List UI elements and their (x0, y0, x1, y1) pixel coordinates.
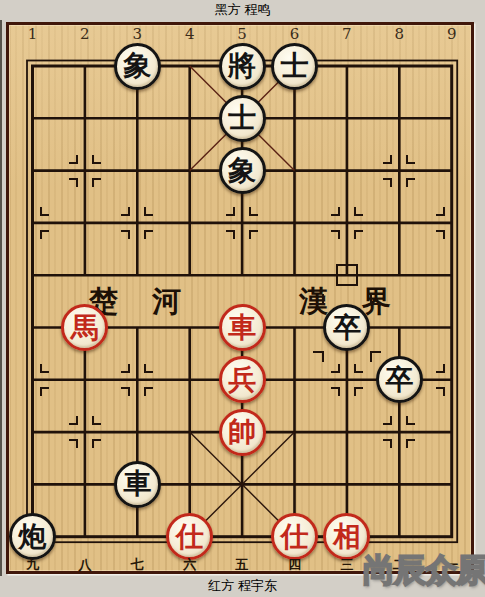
file-label-top: 9 (441, 27, 463, 41)
star-point-marker (144, 230, 153, 239)
file-label-top: 5 (231, 27, 253, 41)
last-move-origin-marker (336, 264, 358, 286)
black-advisor[interactable]: 士 (219, 95, 266, 142)
black-soldier[interactable]: 卒 (376, 356, 423, 403)
black-cannon[interactable]: 炮 (9, 513, 56, 560)
black-player-title: 黑方 程鸣 (0, 0, 485, 20)
star-point-marker (354, 364, 363, 373)
star-point-marker (383, 178, 392, 187)
star-point-marker (354, 207, 363, 216)
black-chariot[interactable]: 車 (114, 461, 161, 508)
star-point-marker (436, 230, 445, 239)
star-point-marker (121, 230, 130, 239)
file-label-bottom: 三 (336, 558, 358, 572)
star-point-marker (406, 439, 415, 448)
file-label-bottom: 八 (74, 558, 96, 572)
file-label-top: 7 (336, 27, 358, 41)
star-point-marker (226, 230, 235, 239)
star-point-marker (121, 207, 130, 216)
star-point-marker (144, 364, 153, 373)
watermark-text: 尚辰众原 (363, 549, 485, 593)
star-point-marker (331, 387, 340, 396)
star-point-marker (406, 155, 415, 164)
star-point-marker (144, 387, 153, 396)
star-point-marker (436, 207, 445, 216)
file-label-bottom: 六 (179, 558, 201, 572)
star-point-marker (40, 387, 49, 396)
file-label-bottom: 五 (231, 558, 253, 572)
file-label-top: 8 (388, 27, 410, 41)
star-point-marker (92, 178, 101, 187)
star-point-marker (436, 387, 445, 396)
star-point-marker (331, 364, 340, 373)
star-point-marker (331, 207, 340, 216)
file-label-top: 6 (284, 27, 306, 41)
star-point-marker (406, 416, 415, 425)
window-left-edge (0, 20, 2, 576)
star-point-marker (354, 387, 363, 396)
black-general[interactable]: 將 (219, 43, 266, 90)
last-move-destination-marker (313, 294, 324, 305)
star-point-marker (331, 230, 340, 239)
star-point-marker (249, 207, 258, 216)
red-soldier[interactable]: 兵 (219, 356, 266, 403)
star-point-marker (354, 230, 363, 239)
star-point-marker (383, 155, 392, 164)
file-label-top: 2 (74, 27, 96, 41)
red-chariot[interactable]: 車 (219, 304, 266, 351)
star-point-marker (436, 364, 445, 373)
star-point-marker (383, 439, 392, 448)
file-label-top: 4 (179, 27, 201, 41)
file-label-top: 1 (22, 27, 44, 41)
file-label-bottom: 七 (126, 558, 148, 572)
file-label-bottom: 四 (284, 558, 306, 572)
black-advisor[interactable]: 士 (271, 43, 318, 90)
black-elephant[interactable]: 象 (114, 43, 161, 90)
star-point-marker (40, 230, 49, 239)
xiangqi-board[interactable]: 楚河漢界123456789九八七六五四三二一象將士士象卒卒車炮馬車兵帥仕仕相 (6, 22, 474, 574)
star-point-marker (144, 207, 153, 216)
file-label-top: 3 (126, 27, 148, 41)
star-point-marker (92, 416, 101, 425)
last-move-destination-marker (370, 294, 381, 305)
star-point-marker (40, 364, 49, 373)
star-point-marker (92, 155, 101, 164)
last-move-destination-marker (370, 351, 381, 362)
star-point-marker (69, 155, 78, 164)
star-point-marker (121, 387, 130, 396)
star-point-marker (69, 439, 78, 448)
star-point-marker (69, 416, 78, 425)
star-point-marker (40, 207, 49, 216)
star-point-marker (383, 416, 392, 425)
board-surface[interactable]: 楚河漢界123456789九八七六五四三二一象將士士象卒卒車炮馬車兵帥仕仕相 (9, 25, 471, 571)
star-point-marker (226, 207, 235, 216)
black-elephant[interactable]: 象 (219, 147, 266, 194)
last-move-destination-marker (313, 351, 324, 362)
red-advisor[interactable]: 仕 (271, 513, 318, 560)
star-point-marker (406, 178, 415, 187)
star-point-marker (69, 178, 78, 187)
file-label-bottom: 九 (22, 558, 44, 572)
star-point-marker (249, 230, 258, 239)
star-point-marker (121, 364, 130, 373)
red-general[interactable]: 帥 (219, 409, 266, 456)
star-point-marker (92, 439, 101, 448)
